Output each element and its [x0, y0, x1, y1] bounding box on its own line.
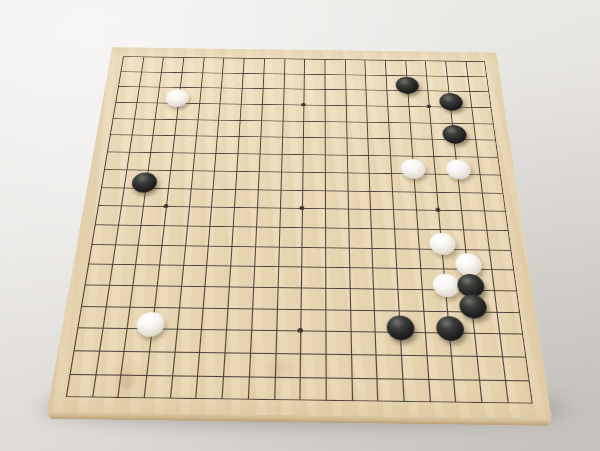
photo-backdrop — [0, 0, 600, 451]
go-board[interactable] — [47, 47, 551, 419]
scene — [0, 0, 600, 451]
hoshi-point — [426, 105, 431, 109]
go-board-grid[interactable] — [66, 56, 533, 404]
black-stone[interactable] — [396, 77, 420, 94]
board-front-edge — [47, 412, 551, 425]
